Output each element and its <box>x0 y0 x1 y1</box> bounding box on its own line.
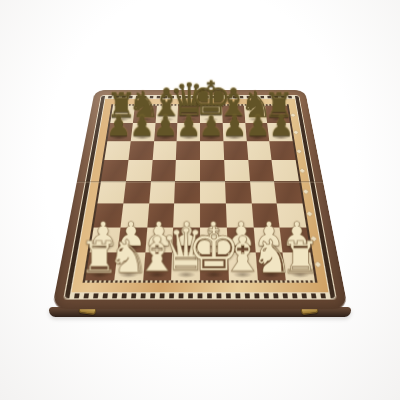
square-h6[interactable] <box>269 141 295 160</box>
square-d8[interactable] <box>178 106 200 123</box>
square-c5[interactable] <box>151 160 177 181</box>
square-d7[interactable] <box>177 123 200 141</box>
cell-h1: ♜ <box>283 253 315 281</box>
square-g5[interactable] <box>248 160 274 181</box>
square-h7[interactable] <box>267 123 292 141</box>
chess-set-photo: ♜♞♝♛♚♝♞♜♟♟♟♟♟♟♟♟♟♟♟♟♟♟♟♟♜♞♝♛♚♝♞♜ <box>0 0 400 400</box>
square-g8[interactable] <box>244 106 268 123</box>
square-e6[interactable] <box>200 141 224 160</box>
square-b5[interactable] <box>126 160 152 181</box>
square-f7[interactable] <box>222 123 246 141</box>
square-f8[interactable] <box>222 106 245 123</box>
white-rook-h1[interactable]: ♜ <box>281 235 320 279</box>
square-f6[interactable] <box>223 141 248 160</box>
square-a6[interactable] <box>104 141 130 160</box>
square-c8[interactable] <box>155 106 178 123</box>
chess-board: ♜♞♝♛♚♝♞♜♟♟♟♟♟♟♟♟♟♟♟♟♟♟♟♟♜♞♝♛♚♝♞♜ <box>52 90 349 309</box>
square-f5[interactable] <box>224 160 250 181</box>
inlay-dot-icon <box>303 189 309 194</box>
square-a5[interactable] <box>101 160 128 181</box>
square-e8[interactable] <box>200 106 222 123</box>
square-b7[interactable] <box>131 123 156 141</box>
inlay-dot-icon <box>299 168 305 173</box>
square-c7[interactable] <box>154 123 178 141</box>
square-h8[interactable] <box>265 106 289 123</box>
square-a8[interactable] <box>110 106 134 123</box>
square-d5[interactable] <box>175 160 200 181</box>
square-e5[interactable] <box>200 160 225 181</box>
square-g7[interactable] <box>245 123 270 141</box>
square-h5[interactable] <box>272 160 299 181</box>
square-a7[interactable] <box>107 123 132 141</box>
inlay-dot-icon <box>293 130 298 134</box>
square-b6[interactable] <box>128 141 153 160</box>
square-b8[interactable] <box>133 106 157 123</box>
square-g6[interactable] <box>246 141 271 160</box>
inlay-dot-icon <box>296 149 301 153</box>
square-e7[interactable] <box>200 123 223 141</box>
square-d6[interactable] <box>176 141 200 160</box>
inlay-dot-icon <box>291 113 296 117</box>
square-c6[interactable] <box>152 141 177 160</box>
